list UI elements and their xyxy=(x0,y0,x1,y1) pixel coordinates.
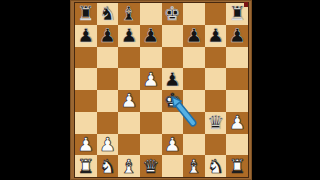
square-c8[interactable]: ♝ xyxy=(118,3,140,25)
piece-black-pawn[interactable]: ♟ xyxy=(185,26,202,45)
square-e2[interactable]: ♟ xyxy=(162,134,184,156)
square-d4[interactable] xyxy=(140,90,162,112)
square-f3[interactable] xyxy=(183,112,205,134)
square-h5[interactable] xyxy=(226,68,248,90)
piece-white-queen[interactable]: ♛ xyxy=(142,156,159,175)
piece-black-bishop[interactable]: ♝ xyxy=(121,4,138,23)
piece-black-pawn[interactable]: ♟ xyxy=(164,69,181,88)
piece-white-knight[interactable]: ♞ xyxy=(99,156,116,175)
square-e6[interactable] xyxy=(162,47,184,69)
square-g8[interactable] xyxy=(205,3,227,25)
piece-white-bishop[interactable]: ♝ xyxy=(121,156,138,175)
square-b3[interactable] xyxy=(97,112,119,134)
square-d2[interactable] xyxy=(140,134,162,156)
square-h1[interactable]: ♜ xyxy=(226,155,248,177)
square-g7[interactable]: ♟ xyxy=(205,25,227,47)
square-f4[interactable] xyxy=(183,90,205,112)
square-f1[interactable]: ♝ xyxy=(183,155,205,177)
square-d5[interactable]: ♟ xyxy=(140,68,162,90)
piece-white-pawn[interactable]: ♟ xyxy=(77,134,94,153)
square-c3[interactable] xyxy=(118,112,140,134)
piece-black-pawn[interactable]: ♟ xyxy=(121,26,138,45)
video-frame: ♜♞♝♚♜♟♟♟♟♟♟♟♟♟♟♚♛♟♟♟♟♜♞♝♛♝♞♜ xyxy=(0,0,320,180)
square-a5[interactable] xyxy=(75,68,97,90)
piece-black-pawn[interactable]: ♟ xyxy=(99,26,116,45)
square-f6[interactable] xyxy=(183,47,205,69)
square-a7[interactable]: ♟ xyxy=(75,25,97,47)
square-c7[interactable]: ♟ xyxy=(118,25,140,47)
square-b1[interactable]: ♞ xyxy=(97,155,119,177)
square-a2[interactable]: ♟ xyxy=(75,134,97,156)
square-a3[interactable] xyxy=(75,112,97,134)
square-a8[interactable]: ♜ xyxy=(75,3,97,25)
square-e4[interactable]: ♚ xyxy=(162,90,184,112)
piece-white-bishop[interactable]: ♝ xyxy=(185,156,202,175)
square-d1[interactable]: ♛ xyxy=(140,155,162,177)
square-e8[interactable]: ♚ xyxy=(162,3,184,25)
square-c5[interactable] xyxy=(118,68,140,90)
square-f2[interactable] xyxy=(183,134,205,156)
record-dot-icon xyxy=(244,2,248,7)
piece-black-queen[interactable]: ♛ xyxy=(207,113,224,132)
square-b4[interactable] xyxy=(97,90,119,112)
square-g4[interactable] xyxy=(205,90,227,112)
square-f5[interactable] xyxy=(183,68,205,90)
square-g1[interactable]: ♞ xyxy=(205,155,227,177)
square-g5[interactable] xyxy=(205,68,227,90)
piece-black-pawn[interactable]: ♟ xyxy=(229,26,246,45)
square-e7[interactable] xyxy=(162,25,184,47)
square-b2[interactable]: ♟ xyxy=(97,134,119,156)
piece-white-pawn[interactable]: ♟ xyxy=(121,91,138,110)
board-squares: ♜♞♝♚♜♟♟♟♟♟♟♟♟♟♟♚♛♟♟♟♟♜♞♝♛♝♞♜ xyxy=(75,3,248,177)
square-e5[interactable]: ♟ xyxy=(162,68,184,90)
square-b8[interactable]: ♞ xyxy=(97,3,119,25)
piece-white-king[interactable]: ♚ xyxy=(164,91,181,110)
piece-white-pawn[interactable]: ♟ xyxy=(229,113,246,132)
piece-black-pawn[interactable]: ♟ xyxy=(142,26,159,45)
piece-white-rook[interactable]: ♜ xyxy=(229,156,246,175)
square-h4[interactable] xyxy=(226,90,248,112)
square-a1[interactable]: ♜ xyxy=(75,155,97,177)
square-c6[interactable] xyxy=(118,47,140,69)
piece-white-rook[interactable]: ♜ xyxy=(77,156,94,175)
square-b7[interactable]: ♟ xyxy=(97,25,119,47)
square-h3[interactable]: ♟ xyxy=(226,112,248,134)
square-f7[interactable]: ♟ xyxy=(183,25,205,47)
piece-white-knight[interactable]: ♞ xyxy=(207,156,224,175)
piece-white-pawn[interactable]: ♟ xyxy=(142,69,159,88)
piece-black-knight[interactable]: ♞ xyxy=(99,4,116,23)
square-g2[interactable] xyxy=(205,134,227,156)
piece-black-rook[interactable]: ♜ xyxy=(77,4,94,23)
square-d7[interactable]: ♟ xyxy=(140,25,162,47)
letterbox-left xyxy=(0,0,70,180)
chess-board: ♜♞♝♚♜♟♟♟♟♟♟♟♟♟♟♚♛♟♟♟♟♜♞♝♛♝♞♜ xyxy=(70,0,252,180)
letterbox-right xyxy=(252,0,320,180)
square-h7[interactable]: ♟ xyxy=(226,25,248,47)
square-b6[interactable] xyxy=(97,47,119,69)
square-h2[interactable] xyxy=(226,134,248,156)
square-c4[interactable]: ♟ xyxy=(118,90,140,112)
square-a4[interactable] xyxy=(75,90,97,112)
square-d6[interactable] xyxy=(140,47,162,69)
square-e3[interactable] xyxy=(162,112,184,134)
square-e1[interactable] xyxy=(162,155,184,177)
square-g6[interactable] xyxy=(205,47,227,69)
piece-black-pawn[interactable]: ♟ xyxy=(207,26,224,45)
square-d8[interactable] xyxy=(140,3,162,25)
piece-black-king[interactable]: ♚ xyxy=(164,4,181,23)
square-d3[interactable] xyxy=(140,112,162,134)
square-f8[interactable] xyxy=(183,3,205,25)
piece-black-pawn[interactable]: ♟ xyxy=(77,26,94,45)
square-h6[interactable] xyxy=(226,47,248,69)
square-b5[interactable] xyxy=(97,68,119,90)
square-g3[interactable]: ♛ xyxy=(205,112,227,134)
piece-white-pawn[interactable]: ♟ xyxy=(99,134,116,153)
square-c2[interactable] xyxy=(118,134,140,156)
square-a6[interactable] xyxy=(75,47,97,69)
square-c1[interactable]: ♝ xyxy=(118,155,140,177)
piece-white-pawn[interactable]: ♟ xyxy=(164,134,181,153)
